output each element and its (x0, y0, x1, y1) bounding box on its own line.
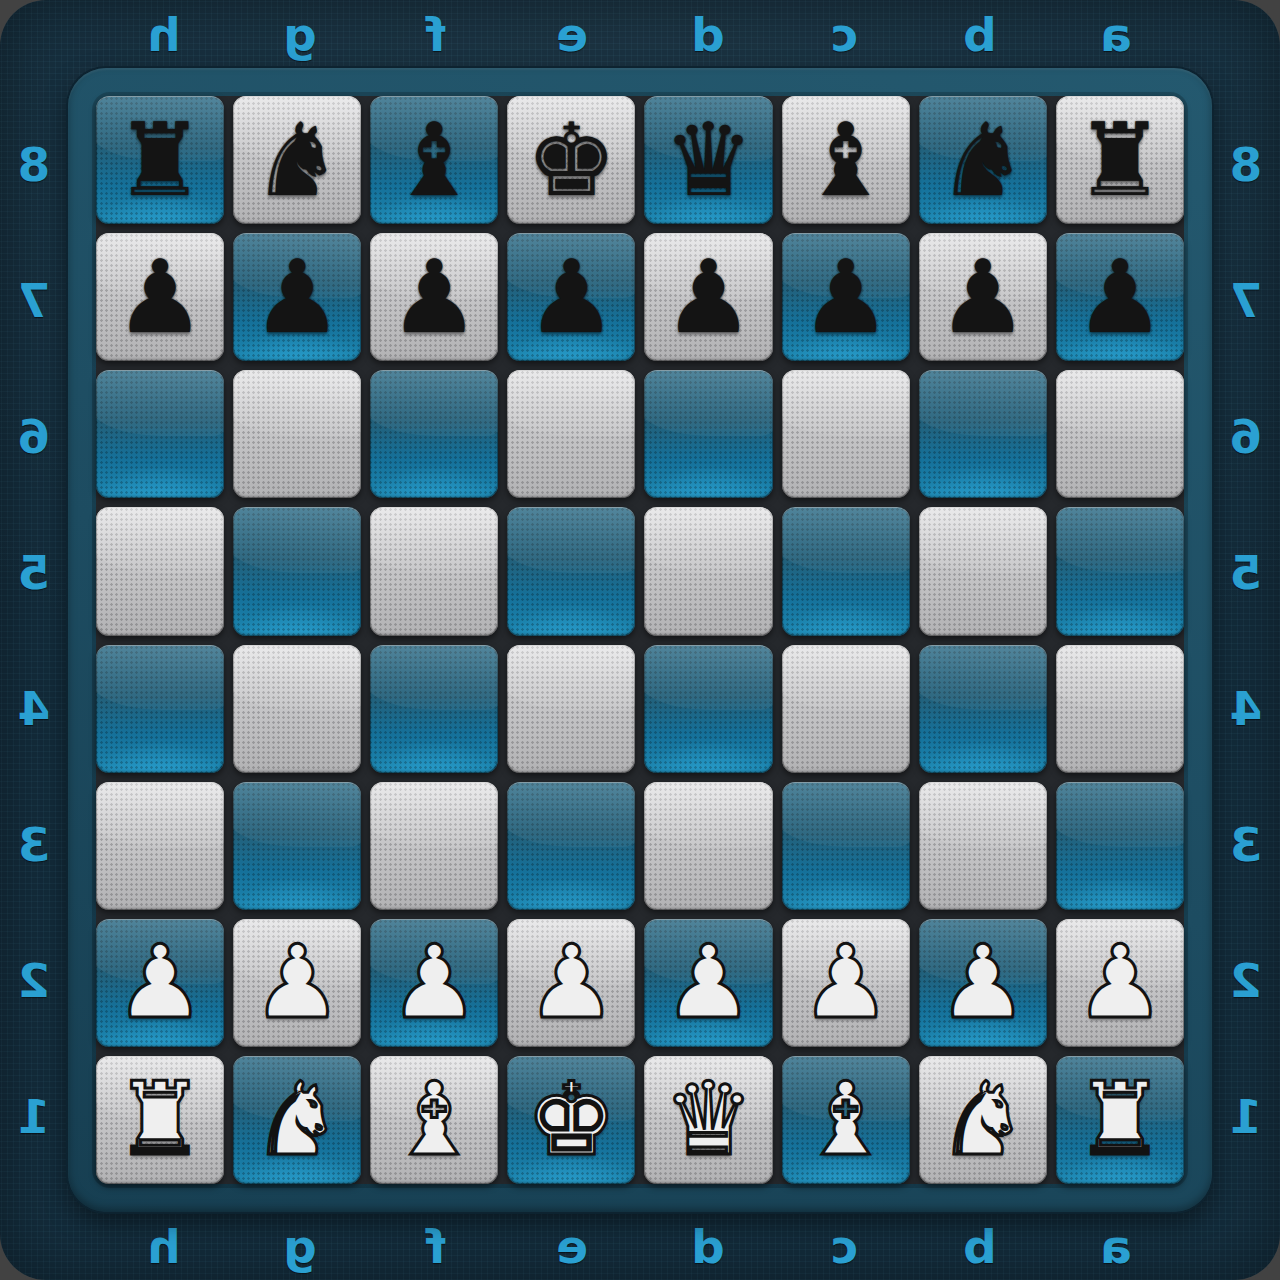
file-label-a: a (1048, 0, 1184, 68)
piece-black-bishop[interactable]: ♝ (800, 110, 891, 211)
piece-white-bishop[interactable]: ♝ (389, 1069, 480, 1170)
square-h3[interactable] (96, 782, 224, 910)
square-a1[interactable]: ♜ (1056, 1056, 1184, 1184)
rank-label-1: 1 (1212, 1048, 1280, 1184)
square-d7[interactable]: ♟ (645, 233, 773, 361)
rank-label-7: 7 (1212, 232, 1280, 368)
piece-black-pawn[interactable]: ♟ (115, 247, 206, 348)
file-label-c: c (776, 1212, 912, 1280)
square-b1[interactable]: ♞ (919, 1056, 1047, 1184)
square-d8[interactable]: ♛ (645, 96, 773, 224)
piece-white-pawn[interactable]: ♟ (526, 932, 617, 1033)
rank-labels-left: 87654321 (1212, 96, 1280, 1184)
chess-board: ♜♞♝♛♚♝♞♜♟♟♟♟♟♟♟♟♟♟♟♟♟♟♟♟♜♞♝♛♚♝♞♜ (96, 96, 1184, 1184)
piece-black-pawn[interactable]: ♟ (1075, 247, 1166, 348)
rank-label-5: 5 (1212, 504, 1280, 640)
board-panel: abcdefgh abcdefgh 87654321 87654321 ♜♞♝♛… (0, 0, 1280, 1280)
square-e3[interactable] (507, 782, 635, 910)
file-labels-top: abcdefgh (96, 0, 1184, 68)
piece-black-knight[interactable]: ♞ (252, 110, 343, 211)
square-h7[interactable]: ♟ (96, 233, 224, 361)
square-b7[interactable]: ♟ (919, 233, 1047, 361)
square-c6[interactable] (782, 370, 910, 498)
piece-white-pawn[interactable]: ♟ (938, 932, 1029, 1033)
square-a2[interactable]: ♟ (1056, 919, 1184, 1047)
square-b6[interactable] (919, 370, 1047, 498)
file-label-b: b (912, 1212, 1048, 1280)
square-f2[interactable]: ♟ (370, 919, 498, 1047)
file-label-e: e (504, 1212, 640, 1280)
piece-white-rook[interactable]: ♜ (115, 1069, 206, 1170)
square-c2[interactable]: ♟ (782, 919, 910, 1047)
piece-black-pawn[interactable]: ♟ (252, 247, 343, 348)
square-d2[interactable]: ♟ (645, 919, 773, 1047)
piece-black-pawn[interactable]: ♟ (389, 247, 480, 348)
square-h4[interactable] (96, 645, 224, 773)
square-d4[interactable] (645, 645, 773, 773)
square-b5[interactable] (919, 507, 1047, 635)
square-f1[interactable]: ♝ (370, 1056, 498, 1184)
square-f8[interactable]: ♝ (370, 96, 498, 224)
rank-label-5: 5 (0, 504, 68, 640)
file-label-d: d (640, 1212, 776, 1280)
rank-label-2: 2 (1212, 912, 1280, 1048)
square-h5[interactable] (96, 507, 224, 635)
square-g8[interactable]: ♞ (233, 96, 361, 224)
piece-black-pawn[interactable]: ♟ (663, 247, 754, 348)
square-a7[interactable]: ♟ (1056, 233, 1184, 361)
square-f6[interactable] (370, 370, 498, 498)
square-g6[interactable] (233, 370, 361, 498)
piece-black-pawn[interactable]: ♟ (938, 247, 1029, 348)
square-g1[interactable]: ♞ (233, 1056, 361, 1184)
piece-black-rook[interactable]: ♜ (1075, 110, 1166, 211)
square-e7[interactable]: ♟ (507, 233, 635, 361)
file-label-d: d (640, 0, 776, 68)
file-label-b: b (912, 0, 1048, 68)
chess-app-view: abcdefgh abcdefgh 87654321 87654321 ♜♞♝♛… (0, 0, 1280, 1280)
square-c1[interactable]: ♝ (782, 1056, 910, 1184)
piece-black-knight[interactable]: ♞ (938, 110, 1029, 211)
file-label-e: e (504, 0, 640, 68)
square-f7[interactable]: ♟ (370, 233, 498, 361)
square-a4[interactable] (1056, 645, 1184, 773)
rank-label-4: 4 (0, 640, 68, 776)
rank-labels-right: 87654321 (0, 96, 68, 1184)
rank-label-4: 4 (1212, 640, 1280, 776)
square-d5[interactable] (645, 507, 773, 635)
square-a3[interactable] (1056, 782, 1184, 910)
square-f3[interactable] (370, 782, 498, 910)
piece-white-pawn[interactable]: ♟ (252, 932, 343, 1033)
piece-white-pawn[interactable]: ♟ (115, 932, 206, 1033)
square-e8[interactable]: ♚ (507, 96, 635, 224)
square-g3[interactable] (233, 782, 361, 910)
square-g4[interactable] (233, 645, 361, 773)
file-label-h: h (96, 0, 232, 68)
piece-white-knight[interactable]: ♞ (938, 1069, 1029, 1170)
square-b3[interactable] (919, 782, 1047, 910)
rank-label-2: 2 (0, 912, 68, 1048)
square-b8[interactable]: ♞ (919, 96, 1047, 224)
square-d6[interactable] (645, 370, 773, 498)
square-c4[interactable] (782, 645, 910, 773)
rank-label-1: 1 (0, 1048, 68, 1184)
square-c8[interactable]: ♝ (782, 96, 910, 224)
board-frame: ♜♞♝♛♚♝♞♜♟♟♟♟♟♟♟♟♟♟♟♟♟♟♟♟♜♞♝♛♚♝♞♜ (68, 68, 1212, 1212)
square-e6[interactable] (507, 370, 635, 498)
file-label-h: h (96, 1212, 232, 1280)
piece-black-king[interactable]: ♚ (526, 110, 617, 211)
file-label-f: f (368, 1212, 504, 1280)
square-f5[interactable] (370, 507, 498, 635)
piece-white-bishop[interactable]: ♝ (800, 1069, 891, 1170)
piece-white-pawn[interactable]: ♟ (663, 932, 754, 1033)
rank-label-3: 3 (1212, 776, 1280, 912)
square-g2[interactable]: ♟ (233, 919, 361, 1047)
piece-black-bishop[interactable]: ♝ (389, 110, 480, 211)
rank-label-8: 8 (1212, 96, 1280, 232)
rank-label-7: 7 (0, 232, 68, 368)
file-labels-bottom: abcdefgh (96, 1212, 1184, 1280)
square-d3[interactable] (645, 782, 773, 910)
square-g5[interactable] (233, 507, 361, 635)
file-label-g: g (232, 1212, 368, 1280)
square-e1[interactable]: ♚ (507, 1056, 635, 1184)
square-e5[interactable] (507, 507, 635, 635)
piece-white-queen[interactable]: ♛ (663, 1069, 754, 1170)
file-label-c: c (776, 0, 912, 68)
square-b4[interactable] (919, 645, 1047, 773)
piece-black-rook[interactable]: ♜ (115, 110, 206, 211)
rank-label-6: 6 (1212, 368, 1280, 504)
square-h1[interactable]: ♜ (96, 1056, 224, 1184)
square-c3[interactable] (782, 782, 910, 910)
square-a6[interactable] (1056, 370, 1184, 498)
square-c5[interactable] (782, 507, 910, 635)
rank-label-3: 3 (0, 776, 68, 912)
rank-label-8: 8 (0, 96, 68, 232)
piece-black-pawn[interactable]: ♟ (800, 247, 891, 348)
piece-white-king[interactable]: ♚ (526, 1069, 617, 1170)
square-e4[interactable] (507, 645, 635, 773)
square-g7[interactable]: ♟ (233, 233, 361, 361)
piece-black-queen[interactable]: ♛ (663, 110, 754, 211)
piece-white-knight[interactable]: ♞ (252, 1069, 343, 1170)
square-h8[interactable]: ♜ (96, 96, 224, 224)
square-d1[interactable]: ♛ (645, 1056, 773, 1184)
file-label-f: f (368, 0, 504, 68)
square-h2[interactable]: ♟ (96, 919, 224, 1047)
square-a5[interactable] (1056, 507, 1184, 635)
file-label-a: a (1048, 1212, 1184, 1280)
piece-white-pawn[interactable]: ♟ (800, 932, 891, 1033)
piece-white-rook[interactable]: ♜ (1075, 1069, 1166, 1170)
rank-label-6: 6 (0, 368, 68, 504)
square-b2[interactable]: ♟ (919, 919, 1047, 1047)
piece-black-pawn[interactable]: ♟ (526, 247, 617, 348)
square-c7[interactable]: ♟ (782, 233, 910, 361)
square-f4[interactable] (370, 645, 498, 773)
square-h6[interactable] (96, 370, 224, 498)
piece-white-pawn[interactable]: ♟ (1075, 932, 1166, 1033)
square-a8[interactable]: ♜ (1056, 96, 1184, 224)
file-label-g: g (232, 0, 368, 68)
square-e2[interactable]: ♟ (507, 919, 635, 1047)
piece-white-pawn[interactable]: ♟ (389, 932, 480, 1033)
